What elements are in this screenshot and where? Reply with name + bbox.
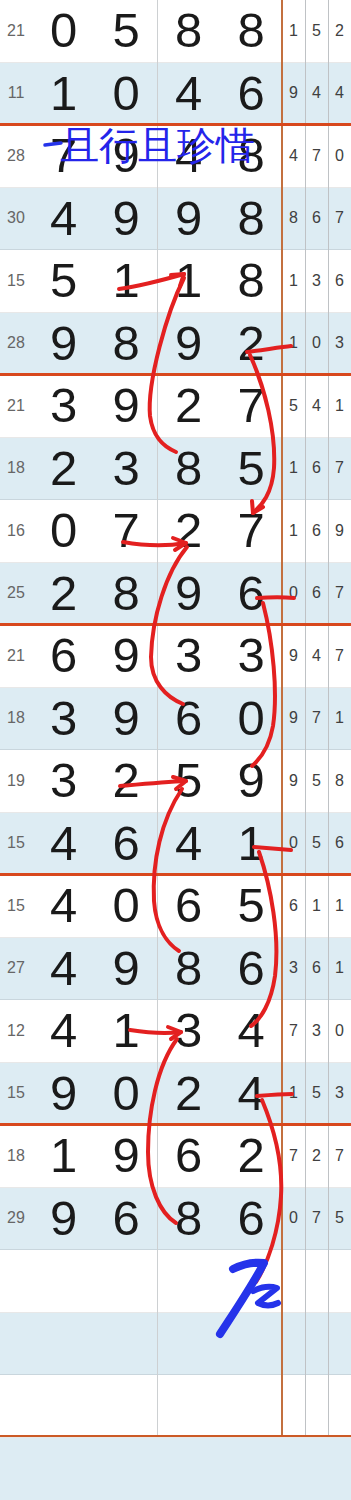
empty-row xyxy=(0,1375,351,1438)
draw-digit-1: 3 xyxy=(32,694,95,743)
draw-digit-1: 3 xyxy=(32,756,95,805)
stat-digit-3: 1 xyxy=(328,710,351,726)
grid-vline-stat2 xyxy=(328,0,329,1437)
stat-digit-3: 1 xyxy=(328,960,351,976)
stat-digit-1: 1 xyxy=(282,23,305,39)
stat-digit-2: 4 xyxy=(305,648,328,664)
draw-digit-1: 9 xyxy=(32,1194,95,1243)
stat-digit-2: 3 xyxy=(305,273,328,289)
stat-digit-3: 7 xyxy=(328,210,351,226)
draw-digit-1: 2 xyxy=(32,569,95,618)
draw-row: 183960971 xyxy=(0,688,351,751)
draw-digit-4: 2 xyxy=(220,319,283,368)
draw-digit-4: 6 xyxy=(220,944,283,993)
draw-digit-3: 2 xyxy=(157,381,220,430)
draw-digit-2: 7 xyxy=(95,506,158,555)
draw-digit-4: 8 xyxy=(220,131,283,180)
stat-digit-2: 5 xyxy=(305,1085,328,1101)
stat-digit-1: 1 xyxy=(282,1085,305,1101)
stat-digit-2: 7 xyxy=(305,710,328,726)
stat-digit-1: 0 xyxy=(282,1210,305,1226)
draw-digit-1: 4 xyxy=(32,819,95,868)
group-separator-line xyxy=(0,623,351,626)
empty-row xyxy=(0,1313,351,1376)
stat-digit-2: 5 xyxy=(305,773,328,789)
draw-digit-3: 6 xyxy=(157,881,220,930)
stat-digit-1: 7 xyxy=(282,1148,305,1164)
grid-vline-stat1 xyxy=(305,0,306,1437)
draw-digit-2: 9 xyxy=(95,944,158,993)
draw-digit-4: 3 xyxy=(220,631,283,680)
stat-digit-3: 7 xyxy=(328,585,351,601)
draw-row: 154641056 xyxy=(0,813,351,876)
stat-digit-1: 1 xyxy=(282,523,305,539)
draw-row: 299686075 xyxy=(0,1188,351,1251)
draw-row: 155118136 xyxy=(0,250,351,313)
draw-digit-2: 1 xyxy=(95,256,158,305)
stat-digit-1: 8 xyxy=(282,210,305,226)
stat-digit-3: 3 xyxy=(328,335,351,351)
stat-digit-3: 7 xyxy=(328,1148,351,1164)
draw-digit-2: 0 xyxy=(95,1069,158,1118)
draw-digit-4: 2 xyxy=(220,1131,283,1180)
stat-digit-1: 1 xyxy=(282,460,305,476)
draw-digit-3: 9 xyxy=(157,569,220,618)
draw-row: 216933947 xyxy=(0,625,351,688)
stat-digit-2: 5 xyxy=(305,835,328,851)
draw-digit-3: 4 xyxy=(157,69,220,118)
period-label: 15 xyxy=(0,273,32,289)
period-label: 25 xyxy=(0,585,32,601)
stat-digit-2: 3 xyxy=(305,1023,328,1039)
draw-digit-3: 2 xyxy=(157,1069,220,1118)
stat-digit-2: 7 xyxy=(305,1210,328,1226)
draw-digit-2: 2 xyxy=(95,756,158,805)
draw-row: 160727169 xyxy=(0,500,351,563)
stat-digit-1: 6 xyxy=(282,898,305,914)
draw-row: 124134730 xyxy=(0,1000,351,1063)
draw-digit-4: 8 xyxy=(220,256,283,305)
draw-digit-4: 7 xyxy=(220,381,283,430)
period-label: 15 xyxy=(0,1085,32,1101)
stat-digit-2: 6 xyxy=(305,460,328,476)
period-label: 16 xyxy=(0,523,32,539)
draw-digit-1: 9 xyxy=(32,1069,95,1118)
draw-row: 181962727 xyxy=(0,1125,351,1188)
stat-digit-1: 3 xyxy=(282,960,305,976)
stat-digit-1: 9 xyxy=(282,648,305,664)
period-label: 19 xyxy=(0,773,32,789)
stat-digit-3: 9 xyxy=(328,523,351,539)
draw-digit-3: 8 xyxy=(157,1194,220,1243)
period-label: 28 xyxy=(0,148,32,164)
draw-digit-1: 0 xyxy=(32,506,95,555)
draw-digit-1: 7 xyxy=(32,131,95,180)
draw-digit-4: 4 xyxy=(220,1069,283,1118)
draw-digit-2: 9 xyxy=(95,131,158,180)
draw-digit-2: 5 xyxy=(95,6,158,55)
draw-digit-1: 4 xyxy=(32,881,95,930)
draw-digit-3: 1 xyxy=(157,256,220,305)
stat-digit-2: 6 xyxy=(305,960,328,976)
stat-digit-1: 0 xyxy=(282,835,305,851)
draw-digit-2: 0 xyxy=(95,69,158,118)
draw-row: 159024153 xyxy=(0,1063,351,1126)
draw-row: 274986361 xyxy=(0,938,351,1001)
stat-digit-3: 4 xyxy=(328,85,351,101)
draw-digit-1: 6 xyxy=(32,631,95,680)
stat-digit-3: 1 xyxy=(328,398,351,414)
stat-digit-3: 7 xyxy=(328,460,351,476)
draw-digit-3: 4 xyxy=(157,131,220,180)
draw-row: 193259958 xyxy=(0,750,351,813)
period-label: 21 xyxy=(0,23,32,39)
draw-digit-2: 9 xyxy=(95,381,158,430)
stat-digit-3: 7 xyxy=(328,648,351,664)
draw-digit-2: 0 xyxy=(95,881,158,930)
period-label: 21 xyxy=(0,398,32,414)
period-label: 30 xyxy=(0,210,32,226)
draw-digit-3: 9 xyxy=(157,319,220,368)
period-label: 18 xyxy=(0,460,32,476)
draw-digit-4: 4 xyxy=(220,1006,283,1055)
draw-row: 287948470 xyxy=(0,125,351,188)
period-label: 27 xyxy=(0,960,32,976)
draw-digit-3: 4 xyxy=(157,819,220,868)
draw-digit-3: 6 xyxy=(157,694,220,743)
bottom-separator-line xyxy=(0,1435,351,1437)
stat-digit-2: 7 xyxy=(305,148,328,164)
draw-digit-1: 1 xyxy=(32,69,95,118)
draw-digit-4: 0 xyxy=(220,694,283,743)
draw-digit-4: 5 xyxy=(220,444,283,493)
draw-digit-2: 8 xyxy=(95,319,158,368)
draw-digit-4: 8 xyxy=(220,194,283,243)
draw-digit-2: 6 xyxy=(95,1194,158,1243)
draw-digit-3: 5 xyxy=(157,756,220,805)
draw-row: 154065611 xyxy=(0,875,351,938)
period-label: 11 xyxy=(0,85,32,101)
draw-digit-1: 1 xyxy=(32,1131,95,1180)
draw-row: 213927541 xyxy=(0,375,351,438)
stat-digit-2: 2 xyxy=(305,1148,328,1164)
period-label: 29 xyxy=(0,1210,32,1226)
empty-row xyxy=(0,1250,351,1313)
draw-digit-1: 9 xyxy=(32,319,95,368)
draw-digit-4: 7 xyxy=(220,506,283,555)
draw-digit-4: 6 xyxy=(220,1194,283,1243)
draw-digit-3: 8 xyxy=(157,944,220,993)
draw-digit-1: 0 xyxy=(32,6,95,55)
stat-digit-1: 0 xyxy=(282,585,305,601)
draw-digit-3: 8 xyxy=(157,6,220,55)
stat-digit-3: 1 xyxy=(328,898,351,914)
stat-digit-1: 4 xyxy=(282,148,305,164)
draw-row: 304998867 xyxy=(0,188,351,251)
draw-digit-2: 6 xyxy=(95,819,158,868)
stat-digit-2: 4 xyxy=(305,85,328,101)
period-label: 18 xyxy=(0,710,32,726)
draw-digit-3: 2 xyxy=(157,506,220,555)
draw-digit-3: 9 xyxy=(157,194,220,243)
draw-digit-2: 9 xyxy=(95,694,158,743)
draw-digit-4: 8 xyxy=(220,6,283,55)
group-separator-line xyxy=(0,123,351,126)
draw-digit-1: 2 xyxy=(32,444,95,493)
stat-digit-3: 5 xyxy=(328,1210,351,1226)
draw-digit-2: 8 xyxy=(95,569,158,618)
stat-digit-1: 9 xyxy=(282,85,305,101)
stat-digit-3: 0 xyxy=(328,148,351,164)
draw-row: 111046944 xyxy=(0,63,351,126)
draw-digit-2: 9 xyxy=(95,631,158,680)
stat-digit-1: 9 xyxy=(282,773,305,789)
draw-row: 289892103 xyxy=(0,313,351,376)
period-label: 12 xyxy=(0,1023,32,1039)
draw-digit-2: 1 xyxy=(95,1006,158,1055)
draw-digit-4: 5 xyxy=(220,881,283,930)
draw-digit-3: 3 xyxy=(157,631,220,680)
stat-digit-3: 0 xyxy=(328,1023,351,1039)
stat-digit-2: 6 xyxy=(305,523,328,539)
stat-digit-3: 2 xyxy=(328,23,351,39)
group-separator-line xyxy=(0,873,351,876)
draw-digit-4: 6 xyxy=(220,569,283,618)
group-separator-line xyxy=(0,373,351,376)
draw-digit-1: 5 xyxy=(32,256,95,305)
draw-digit-4: 9 xyxy=(220,756,283,805)
period-label: 21 xyxy=(0,648,32,664)
bottom-band xyxy=(0,1438,351,1500)
draw-digit-1: 4 xyxy=(32,1006,95,1055)
period-label: 15 xyxy=(0,898,32,914)
stat-digit-1: 1 xyxy=(282,273,305,289)
stat-digit-2: 6 xyxy=(305,585,328,601)
period-label: 28 xyxy=(0,335,32,351)
period-label: 15 xyxy=(0,835,32,851)
lottery-trend-board: 2105881521110469442879484703049988671551… xyxy=(0,0,351,1500)
draw-digit-1: 4 xyxy=(32,944,95,993)
draw-digit-4: 6 xyxy=(220,69,283,118)
period-label: 18 xyxy=(0,1148,32,1164)
draw-digit-2: 9 xyxy=(95,194,158,243)
stat-digit-3: 3 xyxy=(328,1085,351,1101)
stat-digit-1: 1 xyxy=(282,335,305,351)
stat-digit-3: 8 xyxy=(328,773,351,789)
stat-digit-3: 6 xyxy=(328,273,351,289)
grid-vline-accent xyxy=(281,0,283,1437)
group-separator-line xyxy=(0,1123,351,1126)
stat-digit-3: 6 xyxy=(328,835,351,851)
draw-digit-3: 3 xyxy=(157,1006,220,1055)
stat-digit-2: 1 xyxy=(305,898,328,914)
stat-digit-2: 6 xyxy=(305,210,328,226)
draw-digit-3: 8 xyxy=(157,444,220,493)
draw-digit-2: 9 xyxy=(95,1131,158,1180)
draw-row: 252896067 xyxy=(0,563,351,626)
draw-row: 182385167 xyxy=(0,438,351,501)
draw-row: 210588152 xyxy=(0,0,351,63)
stat-digit-2: 4 xyxy=(305,398,328,414)
draw-digit-4: 1 xyxy=(220,819,283,868)
draw-digit-3: 6 xyxy=(157,1131,220,1180)
draw-digit-2: 3 xyxy=(95,444,158,493)
stat-digit-2: 0 xyxy=(305,335,328,351)
stat-digit-1: 7 xyxy=(282,1023,305,1039)
stat-digit-1: 5 xyxy=(282,398,305,414)
draw-digit-1: 4 xyxy=(32,194,95,243)
draw-digit-1: 3 xyxy=(32,381,95,430)
stat-digit-1: 9 xyxy=(282,710,305,726)
grid-vline-middle xyxy=(157,0,158,1437)
stat-digit-2: 5 xyxy=(305,23,328,39)
